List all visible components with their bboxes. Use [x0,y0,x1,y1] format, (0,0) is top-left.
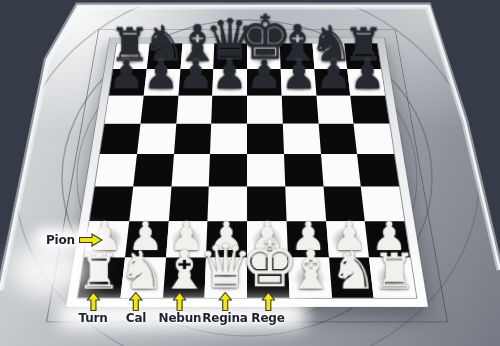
label-regina-text: Regina [202,311,248,325]
board-scene: ♜♞♝♛♚♝♞♜♟♟♟♟♟♟♟♟♟♟♟♟♟♟♟♟♜♞♝♛♚♝♞♜ [91,0,403,326]
square-h4[interactable] [357,154,399,186]
arrow-up-icon [173,292,187,311]
label-turn-text: Turn [78,311,107,325]
square-h1[interactable]: ♜ [369,258,416,298]
arrow-up-icon [261,292,275,311]
black-pawn-h7[interactable]: ♟ [341,55,395,95]
square-d5[interactable] [210,124,247,154]
label-cal-text: Cal [126,311,146,325]
arrow-up-icon [218,292,232,311]
label-pion-text: Pion [46,233,75,247]
square-a4[interactable] [95,154,137,186]
label-rege: Rege [251,292,284,325]
square-e4[interactable] [247,154,285,186]
square-d4[interactable] [209,154,247,186]
chess-game-window: ♜♞♝♛♚♝♞♜♟♟♟♟♟♟♟♟♟♟♟♟♟♟♟♟♜♞♝♛♚♝♞♜ Pion Tu… [0,0,500,346]
square-e5[interactable] [247,124,284,154]
square-a5[interactable] [100,124,140,154]
label-cal: Cal [126,292,146,325]
square-h5[interactable] [354,124,394,154]
chess-board[interactable]: ♜♞♝♛♚♝♞♜♟♟♟♟♟♟♟♟♟♟♟♟♟♟♟♟♜♞♝♛♚♝♞♜ [66,38,428,307]
board-grid: ♜♞♝♛♚♝♞♜♟♟♟♟♟♟♟♟♟♟♟♟♟♟♟♟♜♞♝♛♚♝♞♜ [78,44,416,298]
arrow-up-icon [86,292,100,311]
arrow-up-icon [129,292,143,311]
label-regina: Regina [202,292,248,325]
white-rook-h1[interactable]: ♜ [367,247,423,296]
square-g5[interactable] [318,124,357,154]
square-b4[interactable] [133,154,173,186]
label-nebun-text: Nebun [159,311,202,325]
label-turn: Turn [78,292,107,325]
square-h7[interactable]: ♟ [347,69,385,96]
square-b5[interactable] [137,124,176,154]
label-pion: Pion [46,233,103,247]
label-rege-text: Rege [251,311,284,325]
square-c5[interactable] [174,124,212,154]
arrow-right-icon [79,233,103,247]
square-g4[interactable] [321,154,361,186]
square-c4[interactable] [171,154,210,186]
label-nebun: Nebun [159,292,202,325]
square-f4[interactable] [284,154,323,186]
square-f5[interactable] [283,124,321,154]
